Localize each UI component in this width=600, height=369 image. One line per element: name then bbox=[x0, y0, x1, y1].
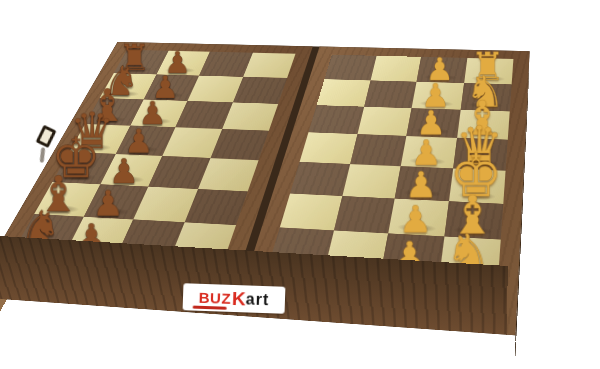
square-a5 bbox=[243, 53, 296, 78]
square-e5 bbox=[198, 158, 259, 191]
brand-text-buz: BUZ bbox=[198, 289, 231, 307]
clasp-stem bbox=[40, 147, 46, 162]
square-f5 bbox=[184, 189, 247, 225]
brand-tagline-bar bbox=[193, 306, 227, 310]
brand-text-art: art bbox=[245, 290, 269, 309]
product-photo: ♜♟♞♟♝♟♛♟♚♟♝♟♞♟♜♟ ♟♜♟♞♟♝♟♛♟♚♟♝♟♞♟♜ BUZ K … bbox=[0, 0, 600, 369]
brand-sticker: BUZ K art bbox=[183, 283, 286, 314]
square-f7: ♟ bbox=[83, 184, 148, 219]
square-a4 bbox=[325, 55, 377, 81]
square-c4 bbox=[308, 105, 363, 134]
square-b4 bbox=[317, 79, 370, 106]
square-d4 bbox=[300, 132, 357, 164]
square-b5 bbox=[233, 77, 288, 104]
square-e4 bbox=[290, 162, 350, 196]
square-d5 bbox=[210, 129, 269, 160]
square-c5 bbox=[222, 102, 279, 131]
scene-adjust: ♜♟♞♟♝♟♛♟♚♟♝♟♞♟♜♟ ♟♜♟♞♟♝♟♛♟♚♟♝♟♞♟♜ bbox=[0, 6, 584, 369]
brand-text-k: K bbox=[232, 287, 246, 309]
chess-set: ♜♟♞♟♝♟♛♟♚♟♝♟♞♟♜♟ ♟♜♟♞♟♝♟♛♟♚♟♝♟♞♟♜ bbox=[0, 6, 584, 369]
square-f4 bbox=[280, 193, 342, 230]
